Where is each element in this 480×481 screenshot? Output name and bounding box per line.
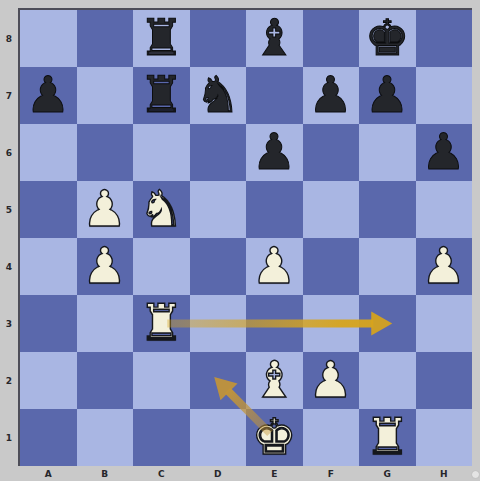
square-b4[interactable]: ♟: [77, 238, 134, 295]
piece-white-knight[interactable]: ♞: [139, 184, 184, 234]
board-frame: ♜♝♚♟♜♞♟♟♟♟♟♞♟♟♟♜♝♟♚♜: [18, 8, 472, 466]
square-c4[interactable]: [133, 238, 190, 295]
square-a4[interactable]: [20, 238, 77, 295]
square-h5[interactable]: [416, 181, 473, 238]
file-labels: ABCDEFGH: [20, 466, 472, 481]
square-g8[interactable]: ♚: [359, 10, 416, 67]
piece-black-pawn[interactable]: ♟: [252, 127, 297, 177]
rank-labels: 87654321: [0, 10, 18, 466]
square-b3[interactable]: [77, 295, 134, 352]
rank-label-1: 1: [0, 409, 18, 466]
square-d7[interactable]: ♞: [190, 67, 247, 124]
square-d4[interactable]: [190, 238, 247, 295]
square-c7[interactable]: ♜: [133, 67, 190, 124]
rank-label-6: 6: [0, 124, 18, 181]
square-g1[interactable]: ♜: [359, 409, 416, 466]
square-c1[interactable]: [133, 409, 190, 466]
file-label-F: F: [303, 466, 360, 481]
square-f1[interactable]: [303, 409, 360, 466]
square-h6[interactable]: ♟: [416, 124, 473, 181]
square-e3[interactable]: [246, 295, 303, 352]
piece-black-rook[interactable]: ♜: [139, 13, 184, 63]
piece-black-pawn[interactable]: ♟: [421, 127, 466, 177]
square-h3[interactable]: [416, 295, 473, 352]
piece-black-bishop[interactable]: ♝: [252, 13, 297, 63]
square-b8[interactable]: [77, 10, 134, 67]
rank-label-7: 7: [0, 67, 18, 124]
square-c8[interactable]: ♜: [133, 10, 190, 67]
square-h8[interactable]: [416, 10, 473, 67]
square-d6[interactable]: [190, 124, 247, 181]
piece-black-pawn[interactable]: ♟: [26, 70, 71, 120]
piece-white-pawn[interactable]: ♟: [82, 184, 127, 234]
square-g7[interactable]: ♟: [359, 67, 416, 124]
square-c5[interactable]: ♞: [133, 181, 190, 238]
square-a1[interactable]: [20, 409, 77, 466]
square-g4[interactable]: [359, 238, 416, 295]
file-label-G: G: [359, 466, 416, 481]
piece-white-rook[interactable]: ♜: [139, 298, 184, 348]
square-b7[interactable]: [77, 67, 134, 124]
file-label-C: C: [133, 466, 190, 481]
square-e2[interactable]: ♝: [246, 352, 303, 409]
square-e8[interactable]: ♝: [246, 10, 303, 67]
piece-white-pawn[interactable]: ♟: [421, 241, 466, 291]
square-g2[interactable]: [359, 352, 416, 409]
square-e6[interactable]: ♟: [246, 124, 303, 181]
rank-label-5: 5: [0, 181, 18, 238]
square-c6[interactable]: [133, 124, 190, 181]
square-e1[interactable]: ♚: [246, 409, 303, 466]
file-label-H: H: [416, 466, 473, 481]
square-c2[interactable]: [133, 352, 190, 409]
square-e5[interactable]: [246, 181, 303, 238]
piece-black-pawn[interactable]: ♟: [365, 70, 410, 120]
square-e7[interactable]: [246, 67, 303, 124]
resize-handle-dot[interactable]: [472, 471, 479, 478]
square-f8[interactable]: [303, 10, 360, 67]
square-d8[interactable]: [190, 10, 247, 67]
square-h2[interactable]: [416, 352, 473, 409]
rank-label-8: 8: [0, 10, 18, 67]
piece-black-king[interactable]: ♚: [365, 13, 410, 63]
square-b2[interactable]: [77, 352, 134, 409]
piece-white-pawn[interactable]: ♟: [308, 355, 353, 405]
file-label-D: D: [190, 466, 247, 481]
square-f7[interactable]: ♟: [303, 67, 360, 124]
square-b1[interactable]: [77, 409, 134, 466]
square-d3[interactable]: [190, 295, 247, 352]
square-h4[interactable]: ♟: [416, 238, 473, 295]
square-f6[interactable]: [303, 124, 360, 181]
square-h1[interactable]: [416, 409, 473, 466]
piece-white-pawn[interactable]: ♟: [82, 241, 127, 291]
piece-black-knight[interactable]: ♞: [195, 70, 240, 120]
square-f2[interactable]: ♟: [303, 352, 360, 409]
piece-white-pawn[interactable]: ♟: [252, 241, 297, 291]
piece-white-king[interactable]: ♚: [252, 412, 297, 462]
square-b6[interactable]: [77, 124, 134, 181]
square-a8[interactable]: [20, 10, 77, 67]
square-g5[interactable]: [359, 181, 416, 238]
board: ♜♝♚♟♜♞♟♟♟♟♟♞♟♟♟♜♝♟♚♜: [20, 10, 472, 466]
piece-white-bishop[interactable]: ♝: [252, 355, 297, 405]
square-a5[interactable]: [20, 181, 77, 238]
file-label-E: E: [246, 466, 303, 481]
square-c3[interactable]: ♜: [133, 295, 190, 352]
square-f3[interactable]: [303, 295, 360, 352]
square-f5[interactable]: [303, 181, 360, 238]
square-a3[interactable]: [20, 295, 77, 352]
piece-black-pawn[interactable]: ♟: [308, 70, 353, 120]
rank-label-2: 2: [0, 352, 18, 409]
rank-label-4: 4: [0, 238, 18, 295]
file-label-B: B: [77, 466, 134, 481]
square-g3[interactable]: [359, 295, 416, 352]
square-e4[interactable]: ♟: [246, 238, 303, 295]
square-a2[interactable]: [20, 352, 77, 409]
square-g6[interactable]: [359, 124, 416, 181]
square-a6[interactable]: [20, 124, 77, 181]
square-h7[interactable]: [416, 67, 473, 124]
square-b5[interactable]: ♟: [77, 181, 134, 238]
piece-black-rook[interactable]: ♜: [139, 70, 184, 120]
piece-white-rook[interactable]: ♜: [365, 412, 410, 462]
square-a7[interactable]: ♟: [20, 67, 77, 124]
square-f4[interactable]: [303, 238, 360, 295]
file-label-A: A: [20, 466, 77, 481]
square-d5[interactable]: [190, 181, 247, 238]
square-d1[interactable]: [190, 409, 247, 466]
square-d2[interactable]: [190, 352, 247, 409]
chess-app-window: 87654321 ♜♝♚♟♜♞♟♟♟♟♟♞♟♟♟♜♝♟♚♜ ABCDEFGH: [0, 0, 480, 481]
rank-label-3: 3: [0, 295, 18, 352]
